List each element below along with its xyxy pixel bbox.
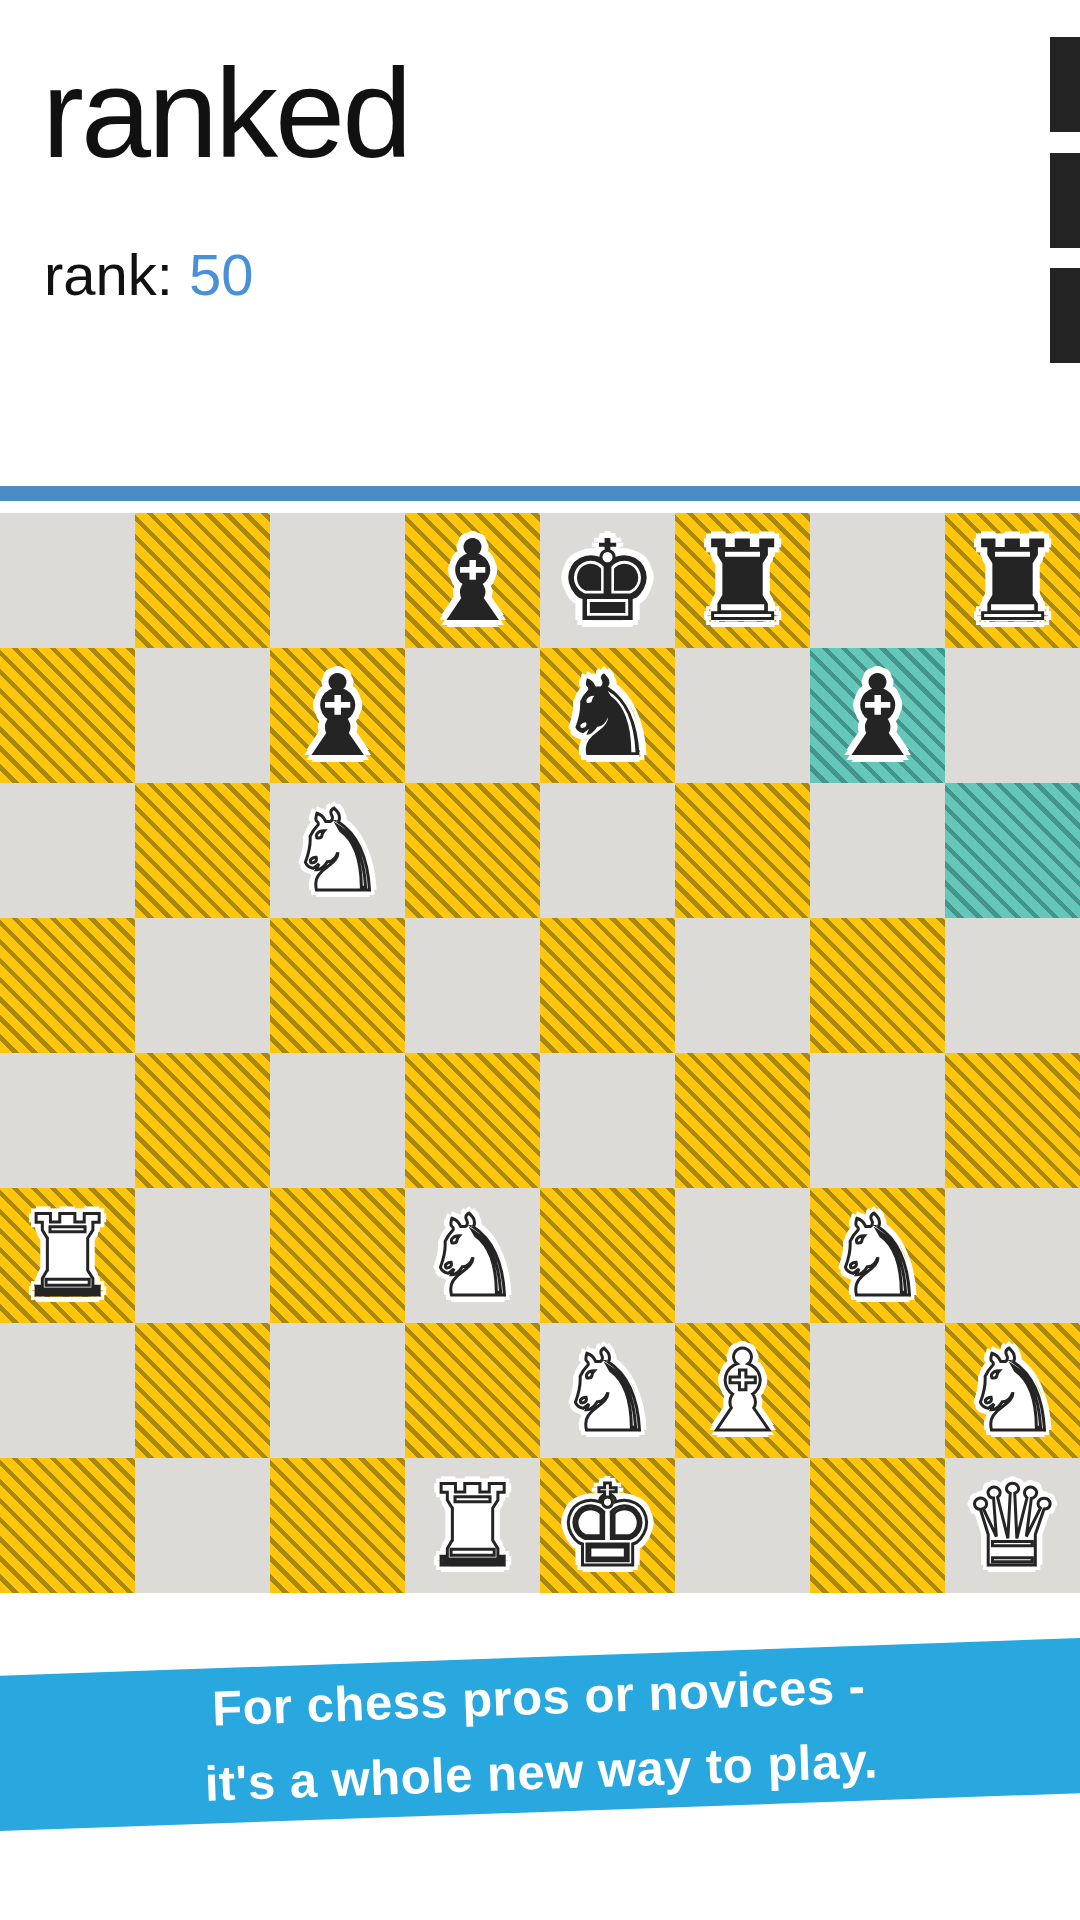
square-d4[interactable] <box>405 1053 540 1188</box>
square-g7[interactable]: ♝ <box>810 648 945 783</box>
square-d7[interactable] <box>405 648 540 783</box>
square-h6[interactable] <box>945 783 1080 918</box>
piece-white-knight: ♞ <box>827 1200 927 1312</box>
square-c7[interactable]: ♝ <box>270 648 405 783</box>
square-g5[interactable] <box>810 918 945 1053</box>
page-title: ranked <box>42 44 409 184</box>
square-a1[interactable] <box>0 1458 135 1593</box>
square-e5[interactable] <box>540 918 675 1053</box>
square-g4[interactable] <box>810 1053 945 1188</box>
square-f3[interactable] <box>675 1188 810 1323</box>
square-a6[interactable] <box>0 783 135 918</box>
square-g3[interactable]: ♞ <box>810 1188 945 1323</box>
square-d8[interactable]: ♝ <box>405 513 540 648</box>
menu-bar <box>1050 37 1080 132</box>
square-d5[interactable] <box>405 918 540 1053</box>
piece-white-rook: ♜ <box>422 1470 522 1582</box>
square-a7[interactable] <box>0 648 135 783</box>
square-g1[interactable] <box>810 1458 945 1593</box>
square-e2[interactable]: ♞ <box>540 1323 675 1458</box>
menu-bar <box>1050 153 1080 248</box>
chess-board[interactable]: ♝♚♜♜♝♞♝♞♜♞♞♞♝♞♜♚♛ <box>0 513 1080 1593</box>
square-e8[interactable]: ♚ <box>540 513 675 648</box>
piece-white-queen: ♛ <box>962 1470 1062 1582</box>
piece-black-bishop: ♝ <box>827 660 927 772</box>
square-c5[interactable] <box>270 918 405 1053</box>
rank-line: rank: 50 <box>44 240 254 310</box>
square-c6[interactable]: ♞ <box>270 783 405 918</box>
square-e4[interactable] <box>540 1053 675 1188</box>
square-d3[interactable]: ♞ <box>405 1188 540 1323</box>
square-h8[interactable]: ♜ <box>945 513 1080 648</box>
square-c4[interactable] <box>270 1053 405 1188</box>
square-a2[interactable] <box>0 1323 135 1458</box>
square-h1[interactable]: ♛ <box>945 1458 1080 1593</box>
square-d1[interactable]: ♜ <box>405 1458 540 1593</box>
piece-black-rook: ♜ <box>692 525 792 637</box>
square-f4[interactable] <box>675 1053 810 1188</box>
piece-white-knight: ♞ <box>557 1335 657 1447</box>
square-a8[interactable] <box>0 513 135 648</box>
piece-black-bishop: ♝ <box>287 660 387 772</box>
divider-bar <box>0 486 1080 501</box>
piece-white-knight: ♞ <box>287 795 387 907</box>
square-f6[interactable] <box>675 783 810 918</box>
square-f8[interactable]: ♜ <box>675 513 810 648</box>
square-h5[interactable] <box>945 918 1080 1053</box>
square-c8[interactable] <box>270 513 405 648</box>
square-d2[interactable] <box>405 1323 540 1458</box>
square-b6[interactable] <box>135 783 270 918</box>
menu-bar <box>1050 268 1080 363</box>
square-f7[interactable] <box>675 648 810 783</box>
square-e6[interactable] <box>540 783 675 918</box>
square-f5[interactable] <box>675 918 810 1053</box>
square-d6[interactable] <box>405 783 540 918</box>
promo-banner: For chess pros or novices - it's a whole… <box>0 1636 1080 1832</box>
square-a3[interactable]: ♜ <box>0 1188 135 1323</box>
square-h2[interactable]: ♞ <box>945 1323 1080 1458</box>
square-a4[interactable] <box>0 1053 135 1188</box>
square-b8[interactable] <box>135 513 270 648</box>
square-b7[interactable] <box>135 648 270 783</box>
piece-black-rook: ♜ <box>962 525 1062 637</box>
piece-white-knight: ♞ <box>422 1200 522 1312</box>
square-b1[interactable] <box>135 1458 270 1593</box>
square-g6[interactable] <box>810 783 945 918</box>
piece-black-knight: ♞ <box>557 660 657 772</box>
square-e7[interactable]: ♞ <box>540 648 675 783</box>
square-c2[interactable] <box>270 1323 405 1458</box>
rank-label: rank: <box>44 242 173 307</box>
square-g8[interactable] <box>810 513 945 648</box>
square-h4[interactable] <box>945 1053 1080 1188</box>
square-g2[interactable] <box>810 1323 945 1458</box>
square-e1[interactable]: ♚ <box>540 1458 675 1593</box>
piece-white-king: ♚ <box>557 1470 657 1582</box>
page-root: { "game": "chess (Really Bad Chess mobil… <box>0 0 1080 1920</box>
square-b3[interactable] <box>135 1188 270 1323</box>
square-c1[interactable] <box>270 1458 405 1593</box>
square-a5[interactable] <box>0 918 135 1053</box>
piece-white-bishop: ♝ <box>692 1335 792 1447</box>
piece-white-knight: ♞ <box>962 1335 1062 1447</box>
square-h3[interactable] <box>945 1188 1080 1323</box>
square-f2[interactable]: ♝ <box>675 1323 810 1458</box>
square-e3[interactable] <box>540 1188 675 1323</box>
square-b5[interactable] <box>135 918 270 1053</box>
rank-value: 50 <box>189 242 254 307</box>
square-c3[interactable] <box>270 1188 405 1323</box>
piece-black-bishop: ♝ <box>422 525 522 637</box>
square-b4[interactable] <box>135 1053 270 1188</box>
square-h7[interactable] <box>945 648 1080 783</box>
square-f1[interactable] <box>675 1458 810 1593</box>
piece-white-rook: ♜ <box>17 1200 117 1312</box>
square-b2[interactable] <box>135 1323 270 1458</box>
menu-bars-icon[interactable] <box>1050 0 1080 370</box>
piece-black-king: ♚ <box>557 525 657 637</box>
